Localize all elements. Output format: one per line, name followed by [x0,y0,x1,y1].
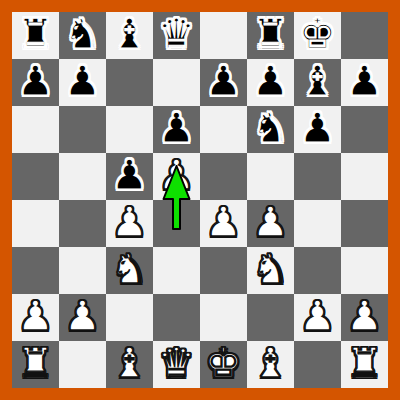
square-e4[interactable]: ♟ [200,200,247,247]
square-b7[interactable]: ♟ [59,59,106,106]
square-e3[interactable] [200,247,247,294]
square-b4[interactable] [59,200,106,247]
piece-black-pawn[interactable]: ♟ [17,61,54,102]
square-a8[interactable]: ♜ [12,12,59,59]
square-f8[interactable]: ♜ [247,12,294,59]
piece-black-rook[interactable]: ♜ [17,14,54,55]
square-c6[interactable] [106,106,153,153]
square-a7[interactable]: ♟ [12,59,59,106]
square-b6[interactable] [59,106,106,153]
square-f6[interactable]: ♞ [247,106,294,153]
piece-white-knight[interactable]: ♞ [252,249,289,290]
square-e7[interactable]: ♟ [200,59,247,106]
square-g4[interactable] [294,200,341,247]
square-f1[interactable]: ♝ [247,341,294,388]
square-h5[interactable] [341,153,388,200]
square-g5[interactable] [294,153,341,200]
square-a6[interactable] [12,106,59,153]
square-e5[interactable] [200,153,247,200]
square-c5[interactable]: ♟ [106,153,153,200]
square-b5[interactable] [59,153,106,200]
square-g8[interactable]: ♚ [294,12,341,59]
square-f3[interactable]: ♞ [247,247,294,294]
square-d2[interactable] [153,294,200,341]
piece-black-pawn[interactable]: ♟ [158,108,195,149]
square-d5[interactable]: ♟ [153,153,200,200]
square-a1[interactable]: ♜ [12,341,59,388]
piece-black-queen[interactable]: ♛ [158,14,195,55]
square-c4[interactable]: ♟ [106,200,153,247]
piece-white-king[interactable]: ♚ [205,343,242,384]
piece-black-pawn[interactable]: ♟ [111,155,148,196]
piece-white-queen[interactable]: ♛ [158,343,195,384]
board-frame: ♜♞♝♛♜♚♟♟♟♟♝♟♟♞♟♟♟♟♟♟♞♞♟♟♟♟♜♝♛♚♝♜ [0,0,400,400]
piece-black-pawn[interactable]: ♟ [252,61,289,102]
square-f5[interactable] [247,153,294,200]
square-h1[interactable]: ♜ [341,341,388,388]
piece-black-pawn[interactable]: ♟ [64,61,101,102]
square-c3[interactable]: ♞ [106,247,153,294]
piece-white-bishop[interactable]: ♝ [252,343,289,384]
square-d3[interactable] [153,247,200,294]
piece-black-pawn[interactable]: ♟ [205,61,242,102]
square-b8[interactable]: ♞ [59,12,106,59]
piece-white-pawn[interactable]: ♟ [252,202,289,243]
square-g1[interactable] [294,341,341,388]
square-d4[interactable] [153,200,200,247]
square-e6[interactable] [200,106,247,153]
square-c7[interactable] [106,59,153,106]
piece-black-bishop[interactable]: ♝ [111,14,148,55]
piece-black-rook[interactable]: ♜ [252,14,289,55]
piece-black-bishop[interactable]: ♝ [299,61,336,102]
square-g3[interactable] [294,247,341,294]
square-c1[interactable]: ♝ [106,341,153,388]
piece-white-pawn[interactable]: ♟ [346,296,383,337]
piece-white-pawn[interactable]: ♟ [64,296,101,337]
piece-white-pawn[interactable]: ♟ [158,155,195,196]
square-g2[interactable]: ♟ [294,294,341,341]
square-f7[interactable]: ♟ [247,59,294,106]
square-d8[interactable]: ♛ [153,12,200,59]
square-d1[interactable]: ♛ [153,341,200,388]
square-e2[interactable] [200,294,247,341]
square-g7[interactable]: ♝ [294,59,341,106]
square-a4[interactable] [12,200,59,247]
piece-black-king[interactable]: ♚ [299,14,336,55]
piece-white-rook[interactable]: ♜ [17,343,54,384]
square-f4[interactable]: ♟ [247,200,294,247]
chess-board: ♜♞♝♛♜♚♟♟♟♟♝♟♟♞♟♟♟♟♟♟♞♞♟♟♟♟♜♝♛♚♝♜ [12,12,388,388]
square-h3[interactable] [341,247,388,294]
square-c8[interactable]: ♝ [106,12,153,59]
piece-black-pawn[interactable]: ♟ [346,61,383,102]
square-e1[interactable]: ♚ [200,341,247,388]
square-e8[interactable] [200,12,247,59]
square-h8[interactable] [341,12,388,59]
square-h6[interactable] [341,106,388,153]
square-a5[interactable] [12,153,59,200]
piece-white-pawn[interactable]: ♟ [111,202,148,243]
piece-white-rook[interactable]: ♜ [346,343,383,384]
square-h7[interactable]: ♟ [341,59,388,106]
square-b2[interactable]: ♟ [59,294,106,341]
square-h4[interactable] [341,200,388,247]
piece-black-pawn[interactable]: ♟ [299,108,336,149]
piece-black-knight[interactable]: ♞ [252,108,289,149]
piece-white-knight[interactable]: ♞ [111,249,148,290]
piece-white-pawn[interactable]: ♟ [205,202,242,243]
square-b3[interactable] [59,247,106,294]
square-g6[interactable]: ♟ [294,106,341,153]
piece-black-knight[interactable]: ♞ [64,14,101,55]
square-h2[interactable]: ♟ [341,294,388,341]
square-a2[interactable]: ♟ [12,294,59,341]
piece-white-bishop[interactable]: ♝ [111,343,148,384]
piece-white-pawn[interactable]: ♟ [299,296,336,337]
square-d7[interactable] [153,59,200,106]
square-d6[interactable]: ♟ [153,106,200,153]
piece-white-pawn[interactable]: ♟ [17,296,54,337]
square-a3[interactable] [12,247,59,294]
square-f2[interactable] [247,294,294,341]
square-b1[interactable] [59,341,106,388]
square-c2[interactable] [106,294,153,341]
